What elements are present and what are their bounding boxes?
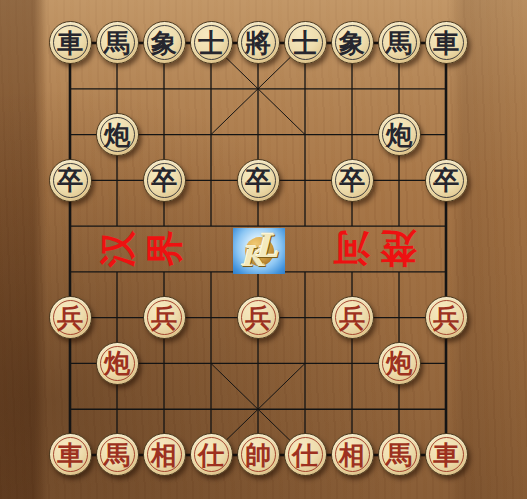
piece-glyph: 炮 <box>104 350 130 376</box>
board-point: 帥 <box>235 432 282 478</box>
board-point <box>282 295 329 341</box>
piece-glyph: 象 <box>339 30 365 56</box>
board-point: 卒 <box>47 157 94 203</box>
piece-glyph: 卒 <box>245 167 271 193</box>
board-point: 仕 <box>282 432 329 478</box>
board-point <box>423 112 470 158</box>
board-point <box>188 203 235 249</box>
piece-glyph: 馬 <box>386 30 412 56</box>
piece-glyph: 卒 <box>151 167 177 193</box>
piece-glyph: 卒 <box>339 167 365 193</box>
board-point <box>235 112 282 158</box>
piece-black-cannon[interactable]: 炮 <box>378 113 421 156</box>
board-point <box>141 66 188 112</box>
board-point <box>329 112 376 158</box>
board-point <box>329 340 376 386</box>
board-point <box>423 249 470 295</box>
board-point <box>376 295 423 341</box>
piece-glyph: 炮 <box>104 122 130 148</box>
piece-glyph: 象 <box>151 30 177 56</box>
xiangqi-board: 車馬象士將士象馬車炮炮卒卒卒卒卒兵兵兵兵兵炮炮車馬相仕帥仕相馬車 汉界 楚河 K… <box>0 0 527 499</box>
board-point <box>94 157 141 203</box>
board-point: 仕 <box>188 432 235 478</box>
board-point: 馬 <box>376 432 423 478</box>
board-point <box>188 386 235 432</box>
board-point: 炮 <box>376 340 423 386</box>
board-point: 炮 <box>94 340 141 386</box>
board-point <box>188 66 235 112</box>
board-point <box>94 386 141 432</box>
board-point: 卒 <box>423 157 470 203</box>
board-point <box>376 386 423 432</box>
logo-letters: KL <box>241 235 278 267</box>
board-point: 車 <box>423 20 470 66</box>
piece-glyph: 將 <box>245 30 271 56</box>
board-point: 卒 <box>141 157 188 203</box>
board-point: 車 <box>47 432 94 478</box>
piece-glyph: 車 <box>433 30 459 56</box>
board-point <box>376 66 423 112</box>
board-point <box>235 340 282 386</box>
board-point <box>188 340 235 386</box>
piece-black-soldier[interactable]: 卒 <box>143 159 186 202</box>
piece-red-chariot[interactable]: 車 <box>49 433 92 476</box>
board-point: 兵 <box>141 295 188 341</box>
board-point <box>282 340 329 386</box>
piece-red-soldier[interactable]: 兵 <box>143 296 186 339</box>
piece-red-cannon[interactable]: 炮 <box>378 342 421 385</box>
piece-glyph: 卒 <box>57 167 83 193</box>
piece-glyph: 士 <box>292 30 318 56</box>
piece-glyph: 馬 <box>104 30 130 56</box>
board-point <box>188 157 235 203</box>
board-point: 兵 <box>47 295 94 341</box>
board-point: 馬 <box>376 20 423 66</box>
piece-glyph: 馬 <box>104 442 130 468</box>
piece-black-soldier[interactable]: 卒 <box>49 159 92 202</box>
board-point: 炮 <box>94 112 141 158</box>
board-point: 兵 <box>423 295 470 341</box>
board-point: 相 <box>329 432 376 478</box>
piece-red-horse[interactable]: 馬 <box>96 433 139 476</box>
piece-red-advisor[interactable]: 仕 <box>284 433 327 476</box>
board-point <box>235 386 282 432</box>
board-point <box>47 340 94 386</box>
board-point <box>376 157 423 203</box>
piece-glyph: 炮 <box>386 350 412 376</box>
piece-black-soldier[interactable]: 卒 <box>425 159 468 202</box>
piece-glyph: 兵 <box>245 305 271 331</box>
board-point <box>47 386 94 432</box>
piece-glyph: 兵 <box>57 305 83 331</box>
board-point <box>282 157 329 203</box>
board-point: 炮 <box>376 112 423 158</box>
piece-red-chariot[interactable]: 車 <box>425 433 468 476</box>
board-point <box>47 112 94 158</box>
board-point <box>188 295 235 341</box>
piece-black-horse[interactable]: 馬 <box>96 21 139 64</box>
board-point <box>282 66 329 112</box>
piece-glyph: 馬 <box>386 442 412 468</box>
piece-glyph: 炮 <box>386 122 412 148</box>
river-label-left-char: 汉 <box>96 228 138 270</box>
piece-glyph: 車 <box>57 30 83 56</box>
board-point: 象 <box>329 20 376 66</box>
piece-black-general[interactable]: 將 <box>237 21 280 64</box>
piece-glyph: 兵 <box>339 305 365 331</box>
board-point <box>141 340 188 386</box>
board-point: 馬 <box>94 20 141 66</box>
piece-red-cannon[interactable]: 炮 <box>96 342 139 385</box>
board-point <box>235 66 282 112</box>
board-point <box>188 249 235 295</box>
piece-glyph: 相 <box>151 442 177 468</box>
piece-red-horse[interactable]: 馬 <box>378 433 421 476</box>
piece-black-elephant[interactable]: 象 <box>143 21 186 64</box>
piece-black-chariot[interactable]: 車 <box>425 21 468 64</box>
piece-black-soldier[interactable]: 卒 <box>331 159 374 202</box>
board-point <box>329 66 376 112</box>
piece-red-soldier[interactable]: 兵 <box>49 296 92 339</box>
piece-red-elephant[interactable]: 相 <box>143 433 186 476</box>
board-point <box>47 203 94 249</box>
piece-black-advisor[interactable]: 士 <box>284 21 327 64</box>
piece-black-advisor[interactable]: 士 <box>190 21 233 64</box>
board-point <box>423 203 470 249</box>
river-label-right: 楚河 <box>318 227 422 271</box>
piece-red-general[interactable]: 帥 <box>237 433 280 476</box>
piece-glyph: 相 <box>339 442 365 468</box>
piece-black-cannon[interactable]: 炮 <box>96 113 139 156</box>
piece-glyph: 車 <box>57 442 83 468</box>
board-point: 士 <box>282 20 329 66</box>
piece-glyph: 卒 <box>433 167 459 193</box>
board-point: 士 <box>188 20 235 66</box>
piece-glyph: 兵 <box>433 305 459 331</box>
board-point: 相 <box>141 432 188 478</box>
board-point: 車 <box>47 20 94 66</box>
piece-red-soldier[interactable]: 兵 <box>425 296 468 339</box>
piece-red-soldier[interactable]: 兵 <box>331 296 374 339</box>
piece-black-horse[interactable]: 馬 <box>378 21 421 64</box>
board-point: 馬 <box>94 432 141 478</box>
board-point <box>94 295 141 341</box>
board-point <box>47 249 94 295</box>
board-point <box>94 66 141 112</box>
board-point <box>141 386 188 432</box>
piece-red-advisor[interactable]: 仕 <box>190 433 233 476</box>
logo-letter: L <box>255 228 278 265</box>
board-point: 兵 <box>235 295 282 341</box>
piece-red-soldier[interactable]: 兵 <box>237 296 280 339</box>
board-point <box>423 66 470 112</box>
board-point <box>423 386 470 432</box>
piece-glyph: 帥 <box>245 442 271 468</box>
board-point: 車 <box>423 432 470 478</box>
piece-glyph: 士 <box>198 30 224 56</box>
board-point <box>329 386 376 432</box>
board-point <box>282 386 329 432</box>
piece-red-elephant[interactable]: 相 <box>331 433 374 476</box>
board-point <box>141 112 188 158</box>
piece-black-elephant[interactable]: 象 <box>331 21 374 64</box>
piece-glyph: 兵 <box>151 305 177 331</box>
board-point <box>47 66 94 112</box>
river-label-left-char: 界 <box>143 227 185 269</box>
board-point <box>423 340 470 386</box>
board-point: 卒 <box>329 157 376 203</box>
piece-black-chariot[interactable]: 車 <box>49 21 92 64</box>
piece-glyph: 仕 <box>198 442 224 468</box>
piece-glyph: 車 <box>433 442 459 468</box>
board-point <box>282 112 329 158</box>
piece-glyph: 仕 <box>292 442 318 468</box>
board-point: 兵 <box>329 295 376 341</box>
board-point: 象 <box>141 20 188 66</box>
board-point <box>188 112 235 158</box>
board-point: 卒 <box>235 157 282 203</box>
kl-logo: KL <box>233 228 285 274</box>
board-point: 將 <box>235 20 282 66</box>
piece-black-soldier[interactable]: 卒 <box>237 159 280 202</box>
